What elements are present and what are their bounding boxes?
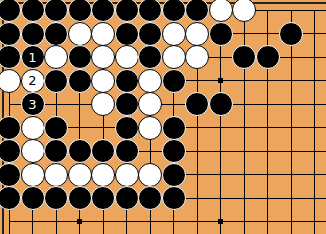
move-number-label: 1 bbox=[28, 51, 36, 64]
intersection-c11-r4[interactable] bbox=[232, 69, 256, 93]
intersection-c11-r7[interactable] bbox=[232, 139, 256, 163]
intersection-c3-r4 bbox=[44, 69, 68, 93]
intersection-c11-r5[interactable] bbox=[232, 92, 256, 116]
intersection-c9-r9[interactable] bbox=[185, 186, 209, 210]
white-stone bbox=[0, 69, 21, 93]
white-stone bbox=[68, 22, 92, 46]
intersection-c12-r7[interactable] bbox=[256, 139, 280, 163]
black-stone bbox=[21, 0, 45, 22]
move-number-label: 3 bbox=[28, 98, 36, 111]
white-stone bbox=[91, 92, 115, 116]
black-stone bbox=[162, 0, 186, 22]
intersection-c12-r9[interactable] bbox=[256, 186, 280, 210]
white-stone bbox=[138, 92, 162, 116]
intersection-c10-r3[interactable] bbox=[209, 45, 233, 69]
intersection-c10-r6[interactable] bbox=[209, 116, 233, 140]
intersection-c1-r5[interactable] bbox=[0, 92, 21, 116]
white-stone bbox=[91, 22, 115, 46]
black-stone bbox=[44, 186, 68, 210]
black-stone bbox=[91, 0, 115, 22]
intersection-c4-r8 bbox=[68, 163, 92, 187]
intersection-c6-r6 bbox=[115, 116, 139, 140]
intersection-c7-r1 bbox=[138, 0, 162, 22]
intersection-c14-r8[interactable] bbox=[303, 163, 326, 187]
intersection-c7-r7[interactable] bbox=[138, 139, 162, 163]
white-stone bbox=[21, 163, 45, 187]
intersection-c5-r7 bbox=[91, 139, 115, 163]
intersection-c13-r6[interactable] bbox=[279, 116, 303, 140]
black-stone bbox=[0, 22, 21, 46]
black-stone bbox=[0, 45, 21, 69]
black-stone: 1 bbox=[21, 45, 45, 69]
black-stone bbox=[279, 22, 303, 46]
intersection-c4-r4 bbox=[68, 69, 92, 93]
intersection-c2-r8 bbox=[21, 163, 45, 187]
white-stone bbox=[185, 22, 209, 46]
intersection-c5-r9 bbox=[91, 186, 115, 210]
intersection-c4-r1 bbox=[68, 0, 92, 22]
intersection-c1-r2 bbox=[0, 22, 21, 46]
intersection-c9-r6[interactable] bbox=[185, 116, 209, 140]
intersection-c11-r9[interactable] bbox=[232, 186, 256, 210]
intersection-c14-r2[interactable] bbox=[303, 22, 326, 46]
intersection-c13-r7[interactable] bbox=[279, 139, 303, 163]
intersection-c3-r6 bbox=[44, 116, 68, 140]
intersection-c2-r4: 2 bbox=[21, 69, 45, 93]
intersection-c14-r6[interactable] bbox=[303, 116, 326, 140]
intersection-c9-r1 bbox=[185, 0, 209, 22]
intersection-c8-r10[interactable] bbox=[162, 210, 186, 234]
intersection-c12-r6[interactable] bbox=[256, 116, 280, 140]
white-stone bbox=[44, 45, 68, 69]
intersection-c7-r8 bbox=[138, 163, 162, 187]
intersection-c7-r10[interactable] bbox=[138, 210, 162, 234]
intersection-c6-r1 bbox=[115, 0, 139, 22]
white-stone bbox=[44, 163, 68, 187]
intersection-c13-r4[interactable] bbox=[279, 69, 303, 93]
intersection-c8-r5[interactable] bbox=[162, 92, 186, 116]
black-stone bbox=[0, 139, 21, 163]
intersection-c4-r5[interactable] bbox=[68, 92, 92, 116]
intersection-c6-r4 bbox=[115, 69, 139, 93]
black-stone bbox=[162, 116, 186, 140]
intersection-c5-r4 bbox=[91, 69, 115, 93]
intersection-c3-r9 bbox=[44, 186, 68, 210]
intersection-c12-r8[interactable] bbox=[256, 163, 280, 187]
intersection-c9-r4[interactable] bbox=[185, 69, 209, 93]
intersection-c12-r1[interactable] bbox=[256, 0, 280, 22]
intersection-c6-r5 bbox=[115, 92, 139, 116]
intersection-c3-r7 bbox=[44, 139, 68, 163]
white-stone bbox=[115, 45, 139, 69]
black-stone bbox=[68, 139, 92, 163]
intersection-c9-r5 bbox=[185, 92, 209, 116]
intersection-c7-r9 bbox=[138, 186, 162, 210]
black-stone bbox=[68, 45, 92, 69]
intersection-c4-r9 bbox=[68, 186, 92, 210]
intersection-c10-r8[interactable] bbox=[209, 163, 233, 187]
white-stone bbox=[21, 116, 45, 140]
intersection-c11-r8[interactable] bbox=[232, 163, 256, 187]
intersection-c11-r3 bbox=[232, 45, 256, 69]
white-stone bbox=[138, 69, 162, 93]
black-stone bbox=[138, 45, 162, 69]
intersection-c6-r2 bbox=[115, 22, 139, 46]
intersection-c13-r10[interactable] bbox=[279, 210, 303, 234]
black-stone bbox=[162, 163, 186, 187]
intersection-c6-r10[interactable] bbox=[115, 210, 139, 234]
black-stone bbox=[44, 116, 68, 140]
intersection-c14-r9[interactable] bbox=[303, 186, 326, 210]
intersection-c7-r6 bbox=[138, 116, 162, 140]
intersection-c7-r2 bbox=[138, 22, 162, 46]
black-stone bbox=[21, 186, 45, 210]
white-stone bbox=[138, 163, 162, 187]
intersection-c2-r1 bbox=[21, 0, 45, 22]
intersection-c10-r10[interactable] bbox=[209, 210, 233, 234]
intersection-c7-r5 bbox=[138, 92, 162, 116]
black-stone bbox=[0, 0, 21, 22]
intersection-c3-r5[interactable] bbox=[44, 92, 68, 116]
intersection-c8-r9 bbox=[162, 186, 186, 210]
intersection-c1-r7 bbox=[0, 139, 21, 163]
black-stone bbox=[138, 0, 162, 22]
intersection-c3-r8 bbox=[44, 163, 68, 187]
intersection-c12-r4[interactable] bbox=[256, 69, 280, 93]
intersection-c14-r1[interactable] bbox=[303, 0, 326, 22]
intersection-c5-r2 bbox=[91, 22, 115, 46]
intersection-c3-r10[interactable] bbox=[44, 210, 68, 234]
intersection-c4-r10[interactable] bbox=[68, 210, 92, 234]
intersection-c1-r8 bbox=[0, 163, 21, 187]
intersection-c14-r3[interactable] bbox=[303, 45, 326, 69]
intersection-c10-r1 bbox=[209, 0, 233, 22]
intersection-c1-r6 bbox=[0, 116, 21, 140]
intersection-c8-r2 bbox=[162, 22, 186, 46]
intersection-c1-r10[interactable] bbox=[0, 210, 21, 234]
intersection-c11-r10[interactable] bbox=[232, 210, 256, 234]
intersection-c5-r5 bbox=[91, 92, 115, 116]
intersection-c14-r5[interactable] bbox=[303, 92, 326, 116]
intersection-c8-r4 bbox=[162, 69, 186, 93]
white-stone bbox=[185, 45, 209, 69]
black-stone bbox=[0, 116, 21, 140]
intersection-c10-r5 bbox=[209, 92, 233, 116]
black-stone bbox=[44, 22, 68, 46]
intersection-c2-r9 bbox=[21, 186, 45, 210]
black-stone bbox=[162, 186, 186, 210]
intersection-c9-r3 bbox=[185, 45, 209, 69]
intersection-c4-r6[interactable] bbox=[68, 116, 92, 140]
intersection-c14-r4[interactable] bbox=[303, 69, 326, 93]
intersection-c10-r7[interactable] bbox=[209, 139, 233, 163]
black-stone bbox=[115, 139, 139, 163]
intersection-c2-r6 bbox=[21, 116, 45, 140]
intersection-c6-r3 bbox=[115, 45, 139, 69]
intersection-c13-r8[interactable] bbox=[279, 163, 303, 187]
intersection-c13-r5[interactable] bbox=[279, 92, 303, 116]
black-stone bbox=[115, 22, 139, 46]
white-stone bbox=[162, 45, 186, 69]
intersection-c2-r3: 1 bbox=[21, 45, 45, 69]
intersection-c3-r2 bbox=[44, 22, 68, 46]
intersection-c6-r8 bbox=[115, 163, 139, 187]
intersection-c9-r8[interactable] bbox=[185, 163, 209, 187]
black-stone bbox=[91, 139, 115, 163]
intersection-c2-r10[interactable] bbox=[21, 210, 45, 234]
black-stone bbox=[115, 92, 139, 116]
intersection-c1-r3 bbox=[0, 45, 21, 69]
black-stone bbox=[138, 186, 162, 210]
black-stone: 3 bbox=[21, 92, 45, 116]
intersection-c2-r2 bbox=[21, 22, 45, 46]
black-stone bbox=[68, 0, 92, 22]
intersection-c5-r1 bbox=[91, 0, 115, 22]
black-stone bbox=[115, 0, 139, 22]
intersection-c4-r2 bbox=[68, 22, 92, 46]
white-stone bbox=[21, 139, 45, 163]
black-stone bbox=[162, 69, 186, 93]
intersection-c11-r1 bbox=[232, 0, 256, 22]
intersection-c3-r3 bbox=[44, 45, 68, 69]
intersection-c2-r5: 3 bbox=[21, 92, 45, 116]
intersection-c9-r10[interactable] bbox=[185, 210, 209, 234]
black-stone bbox=[44, 0, 68, 22]
white-stone bbox=[209, 0, 233, 22]
intersection-c9-r7[interactable] bbox=[185, 139, 209, 163]
intersection-c7-r3 bbox=[138, 45, 162, 69]
black-stone bbox=[185, 0, 209, 22]
intersection-c13-r1[interactable] bbox=[279, 0, 303, 22]
intersection-c1-r9 bbox=[0, 186, 21, 210]
intersection-c3-r1 bbox=[44, 0, 68, 22]
black-stone bbox=[256, 45, 280, 69]
move-number-label: 2 bbox=[28, 74, 36, 87]
intersection-c5-r10[interactable] bbox=[91, 210, 115, 234]
black-stone bbox=[209, 92, 233, 116]
intersection-c4-r3 bbox=[68, 45, 92, 69]
black-stone bbox=[115, 186, 139, 210]
intersection-c12-r5[interactable] bbox=[256, 92, 280, 116]
intersection-c8-r7 bbox=[162, 139, 186, 163]
intersection-c6-r9 bbox=[115, 186, 139, 210]
intersection-c13-r9[interactable] bbox=[279, 186, 303, 210]
intersection-c8-r8 bbox=[162, 163, 186, 187]
black-stone bbox=[115, 69, 139, 93]
black-stone bbox=[209, 22, 233, 46]
intersection-c9-r2 bbox=[185, 22, 209, 46]
intersection-c14-r10[interactable] bbox=[303, 210, 326, 234]
white-stone bbox=[68, 163, 92, 187]
black-stone bbox=[91, 186, 115, 210]
intersection-c12-r3 bbox=[256, 45, 280, 69]
black-stone bbox=[162, 139, 186, 163]
white-stone bbox=[115, 163, 139, 187]
intersection-c14-r7[interactable] bbox=[303, 139, 326, 163]
black-stone bbox=[115, 116, 139, 140]
white-stone bbox=[232, 0, 256, 22]
intersection-c5-r6[interactable] bbox=[91, 116, 115, 140]
board-intersections: 123 bbox=[0, 0, 326, 233]
white-stone bbox=[138, 116, 162, 140]
white-stone bbox=[91, 163, 115, 187]
black-stone bbox=[68, 69, 92, 93]
black-stone bbox=[0, 163, 21, 187]
black-stone bbox=[21, 22, 45, 46]
black-stone bbox=[185, 92, 209, 116]
intersection-c1-r4 bbox=[0, 69, 21, 93]
black-stone bbox=[44, 139, 68, 163]
intersection-c4-r7 bbox=[68, 139, 92, 163]
intersection-c13-r2 bbox=[279, 22, 303, 46]
white-stone bbox=[162, 22, 186, 46]
black-stone bbox=[232, 45, 256, 69]
intersection-c1-r1 bbox=[0, 0, 21, 22]
white-stone: 2 bbox=[21, 69, 45, 93]
intersection-c8-r6 bbox=[162, 116, 186, 140]
black-stone bbox=[0, 186, 21, 210]
intersection-c7-r4 bbox=[138, 69, 162, 93]
intersection-c2-r7 bbox=[21, 139, 45, 163]
intersection-c10-r9[interactable] bbox=[209, 186, 233, 210]
intersection-c12-r10[interactable] bbox=[256, 210, 280, 234]
black-stone bbox=[44, 69, 68, 93]
black-stone bbox=[68, 186, 92, 210]
intersection-c6-r7 bbox=[115, 139, 139, 163]
intersection-c8-r1 bbox=[162, 0, 186, 22]
intersection-c5-r8 bbox=[91, 163, 115, 187]
intersection-c10-r2 bbox=[209, 22, 233, 46]
white-stone bbox=[91, 45, 115, 69]
intersection-c12-r2[interactable] bbox=[256, 22, 280, 46]
intersection-c11-r2[interactable] bbox=[232, 22, 256, 46]
intersection-c5-r3 bbox=[91, 45, 115, 69]
black-stone bbox=[138, 22, 162, 46]
intersection-c13-r3[interactable] bbox=[279, 45, 303, 69]
white-stone bbox=[91, 69, 115, 93]
intersection-c10-r4[interactable] bbox=[209, 69, 233, 93]
intersection-c11-r6[interactable] bbox=[232, 116, 256, 140]
go-board: 123 bbox=[0, 0, 326, 234]
intersection-c8-r3 bbox=[162, 45, 186, 69]
